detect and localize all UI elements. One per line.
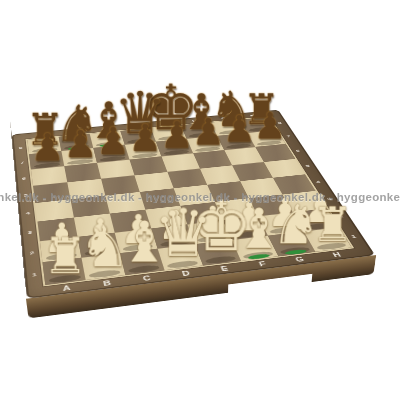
board-finger-notch — [228, 274, 313, 294]
piece-black-rook-h8: ♜ — [243, 88, 281, 130]
file-label-front-c: C — [142, 274, 151, 282]
square-a2: ♟ — [40, 237, 82, 262]
square-e1: ♚ — [195, 240, 241, 266]
rank-label-right-2: 2 — [337, 214, 344, 219]
square-d1: ♛ — [158, 244, 203, 270]
piece-contact-shadow — [49, 274, 82, 284]
rank-label-right-7: 7 — [286, 134, 292, 138]
file-label-back-f: F — [191, 119, 196, 122]
file-label-front-h: H — [331, 251, 342, 258]
rank-label-left-4: 4 — [25, 211, 30, 216]
piece-contact-shadow — [205, 255, 237, 264]
file-label-front-b: B — [102, 279, 111, 287]
piece-black-rook-a8: ♜ — [25, 108, 64, 152]
file-label-back-e: E — [162, 122, 167, 126]
piece-contact-shadow — [195, 146, 221, 152]
piece-black-queen-d8: ♛ — [114, 84, 166, 142]
rank-label-right-1: 1 — [350, 234, 357, 239]
rank-label-left-1: 1 — [32, 272, 37, 278]
chess-board: ♜♞♝♛♚♝♞♜♟♟♟♟♟♟♟♟♟♟♟♟♟♟♟♟♜♞♝♛♚♝♞♜ AABBCCD… — [12, 110, 376, 299]
square-c1: ♝ — [120, 249, 165, 275]
square-b1: ♞ — [81, 253, 125, 280]
file-label-front-g: G — [294, 256, 305, 263]
rank-label-left-7: 7 — [20, 161, 24, 165]
file-label-back-h: H — [249, 114, 255, 117]
file-label-front-f: F — [258, 260, 267, 267]
rank-label-left-6: 6 — [22, 176, 26, 180]
file-label-back-c: C — [101, 127, 107, 131]
rank-label-left-2: 2 — [29, 250, 34, 256]
file-label-front-a: A — [62, 284, 71, 292]
watermark-text: onkel.dk - hyggeonkel.dk - hyggeonkel.dk… — [0, 191, 400, 203]
piece-contact-shadow — [122, 243, 153, 252]
piece-contact-shadow — [128, 264, 160, 274]
square-d3 — [145, 206, 187, 229]
square-a1: ♜ — [43, 258, 86, 285]
piece-contact-shadow — [167, 260, 199, 269]
square-c2: ♟ — [115, 229, 158, 254]
file-label-back-a: A — [40, 133, 45, 137]
file-label-back-b: B — [71, 130, 76, 134]
piece-contact-shadow — [197, 235, 228, 244]
file-label-back-g: G — [220, 116, 226, 119]
rank-label-right-8: 8 — [277, 121, 282, 124]
rank-label-left-8: 8 — [18, 146, 22, 150]
rank-label-right-5: 5 — [304, 164, 310, 168]
rank-label-left-3: 3 — [27, 230, 32, 235]
piece-contact-shadow — [316, 242, 348, 251]
square-c3 — [110, 210, 151, 233]
square-e2: ♟ — [187, 220, 231, 244]
file-label-front-d: D — [181, 270, 191, 277]
piece-contact-shadow — [89, 269, 122, 279]
piece-contact-shadow — [269, 226, 300, 234]
rank-label-right-6: 6 — [295, 149, 301, 153]
file-label-front-e: E — [220, 265, 229, 272]
piece-contact-shadow — [242, 251, 274, 260]
file-label-back-d: D — [132, 125, 138, 129]
square-a3 — [37, 218, 77, 242]
rank-label-right-4: 4 — [315, 179, 321, 183]
green-felt-base — [247, 253, 270, 260]
